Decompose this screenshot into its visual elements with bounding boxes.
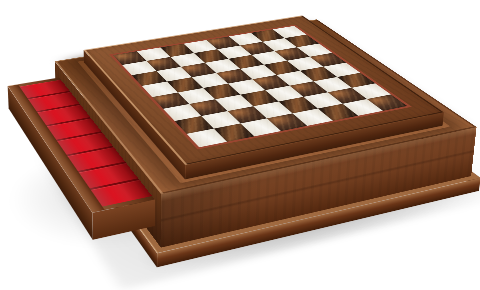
square-b5[interactable] xyxy=(167,77,203,92)
square-b2[interactable] xyxy=(201,111,240,129)
square-g1[interactable] xyxy=(343,99,383,116)
square-d4[interactable] xyxy=(228,79,265,94)
square-d3[interactable] xyxy=(240,90,278,106)
square-f1[interactable] xyxy=(318,104,358,121)
square-a4[interactable] xyxy=(152,92,189,108)
square-a3[interactable] xyxy=(163,104,201,121)
square-c4[interactable] xyxy=(203,84,240,100)
square-c2[interactable] xyxy=(228,106,267,123)
square-e4[interactable] xyxy=(252,75,289,90)
square-d2[interactable] xyxy=(253,101,292,118)
square-e2[interactable] xyxy=(279,97,318,114)
square-f3[interactable] xyxy=(290,81,328,97)
square-g3[interactable] xyxy=(314,77,352,92)
square-c1[interactable] xyxy=(241,118,281,136)
square-h1[interactable] xyxy=(367,94,407,110)
square-d1[interactable] xyxy=(267,113,307,131)
square-c3[interactable] xyxy=(215,95,253,111)
square-h2[interactable] xyxy=(352,83,391,99)
square-g2[interactable] xyxy=(328,88,367,104)
square-a2[interactable] xyxy=(175,116,214,134)
square-e1[interactable] xyxy=(293,109,333,126)
product-photo-canvas xyxy=(0,0,480,290)
square-f2[interactable] xyxy=(303,92,342,108)
square-a5[interactable] xyxy=(142,82,178,98)
square-a1[interactable] xyxy=(187,129,227,148)
square-b4[interactable] xyxy=(178,88,215,104)
square-b1[interactable] xyxy=(214,123,254,141)
square-b3[interactable] xyxy=(189,99,227,116)
square-e3[interactable] xyxy=(265,86,303,102)
scene xyxy=(0,0,480,290)
